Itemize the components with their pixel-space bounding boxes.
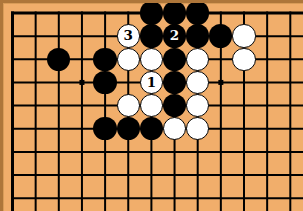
- white-stone: [186, 48, 209, 71]
- board-cell: [117, 94, 140, 117]
- board-cell: [232, 163, 255, 186]
- board-cell: [140, 187, 163, 210]
- board-cell: [232, 117, 255, 140]
- black-stone: [140, 1, 163, 24]
- board-cell: [163, 117, 186, 140]
- board-cell: [163, 187, 186, 210]
- board-cell: [232, 187, 255, 210]
- board-cell: [186, 140, 209, 163]
- black-stone: [163, 48, 186, 71]
- white-stone: [117, 48, 140, 71]
- board-cell: [47, 187, 70, 210]
- board-cell: [47, 1, 70, 24]
- board-cell: [279, 25, 302, 48]
- board-cell: [232, 48, 255, 71]
- board-cell: 1: [140, 71, 163, 94]
- white-stone-move-3: 3: [117, 24, 140, 47]
- board-cell: [140, 1, 163, 24]
- board-cell: [24, 140, 47, 163]
- board-cell: [279, 94, 302, 117]
- black-stone: [93, 71, 116, 94]
- board-cell: [255, 94, 278, 117]
- board-cell: [209, 117, 232, 140]
- white-stone: [140, 48, 163, 71]
- board-cell: [1, 25, 24, 48]
- white-stone: [140, 94, 163, 117]
- board-cell: [117, 163, 140, 186]
- board-cell: 2: [163, 25, 186, 48]
- board-cell: [279, 163, 302, 186]
- black-stone: [93, 117, 116, 140]
- board-cell: [70, 117, 93, 140]
- board-cell: [163, 163, 186, 186]
- board-cell: [163, 140, 186, 163]
- board-cell: [24, 71, 47, 94]
- board-cell: [186, 187, 209, 210]
- board-cell: [24, 163, 47, 186]
- board-cell: [186, 25, 209, 48]
- board-cell: [232, 94, 255, 117]
- board-cell: [1, 48, 24, 71]
- board-cell: [70, 187, 93, 210]
- board-cell: [140, 163, 163, 186]
- board-cell: [255, 1, 278, 24]
- board-cell: [117, 140, 140, 163]
- board-cell: [1, 1, 24, 24]
- board-cell: [140, 25, 163, 48]
- board-cell: [186, 163, 209, 186]
- go-board-grid: 321: [1, 1, 302, 209]
- board-cell: [279, 48, 302, 71]
- board-cell: [255, 163, 278, 186]
- board-cell: [1, 71, 24, 94]
- board-cell: [209, 94, 232, 117]
- board-cell: [209, 187, 232, 210]
- board-cell: [209, 71, 232, 94]
- board-cell: [140, 117, 163, 140]
- board-cell: [47, 94, 70, 117]
- board-cell: [1, 163, 24, 186]
- board-cell: [70, 1, 93, 24]
- white-stone: [186, 71, 209, 94]
- board-cell: [209, 48, 232, 71]
- white-stone: [232, 48, 255, 71]
- board-cell: [163, 1, 186, 24]
- board-cell: [140, 48, 163, 71]
- board-cell: [93, 117, 116, 140]
- board-cell: [186, 48, 209, 71]
- board-cell: [1, 187, 24, 210]
- white-stone-move-1: 1: [140, 71, 163, 94]
- board-cell: [255, 25, 278, 48]
- white-stone: [186, 94, 209, 117]
- board-cell: [209, 25, 232, 48]
- black-stone: [117, 117, 140, 140]
- board-cell: [93, 163, 116, 186]
- board-cell: [1, 140, 24, 163]
- board-cell: [47, 140, 70, 163]
- board-cell: [47, 48, 70, 71]
- white-stone: [163, 117, 186, 140]
- board-cell: [255, 140, 278, 163]
- board-cell: [279, 71, 302, 94]
- board-cell: [163, 94, 186, 117]
- board-cell: [70, 140, 93, 163]
- board-cell: [232, 25, 255, 48]
- board-cell: [255, 117, 278, 140]
- board-cell: [232, 1, 255, 24]
- board-cell: [209, 1, 232, 24]
- board-cell: [209, 163, 232, 186]
- board-cell: [93, 140, 116, 163]
- black-stone: [186, 24, 209, 47]
- board-cell: [232, 140, 255, 163]
- board-cell: [24, 94, 47, 117]
- board-cell: [279, 140, 302, 163]
- board-cell: [279, 187, 302, 210]
- board-cell: [24, 187, 47, 210]
- board-cell: [117, 117, 140, 140]
- board-cell: [93, 1, 116, 24]
- board-cell: [163, 48, 186, 71]
- board-cell: [70, 48, 93, 71]
- black-stone: [163, 94, 186, 117]
- board-cell: [117, 187, 140, 210]
- board-cell: [232, 71, 255, 94]
- board-cell: [70, 163, 93, 186]
- board-cell: [163, 71, 186, 94]
- board-cell: [117, 48, 140, 71]
- board-cell: [1, 94, 24, 117]
- board-cell: [47, 117, 70, 140]
- black-stone: [93, 48, 116, 71]
- board-cell: [47, 71, 70, 94]
- black-stone: [163, 71, 186, 94]
- board-cell: [24, 1, 47, 24]
- board-cell: [24, 25, 47, 48]
- black-stone-move-2: 2: [163, 24, 186, 47]
- board-cell: [209, 140, 232, 163]
- white-stone: [186, 117, 209, 140]
- board-cell: [279, 1, 302, 24]
- board-cell: [255, 48, 278, 71]
- black-stone: [209, 24, 232, 47]
- board-cell: 3: [117, 25, 140, 48]
- board-cell: [186, 71, 209, 94]
- board-cell: [117, 71, 140, 94]
- black-stone: [163, 1, 186, 24]
- board-cell: [47, 25, 70, 48]
- go-diagram: 321: [0, 0, 303, 211]
- board-cell: [140, 140, 163, 163]
- board-cell: [117, 1, 140, 24]
- white-stone: [117, 94, 140, 117]
- board-cell: [186, 1, 209, 24]
- board-cell: [255, 187, 278, 210]
- board-cell: [70, 25, 93, 48]
- board-cell: [24, 117, 47, 140]
- board-cell: [93, 25, 116, 48]
- board-cell: [47, 163, 70, 186]
- black-stone: [47, 48, 70, 71]
- board-cell: [1, 117, 24, 140]
- black-stone: [186, 1, 209, 24]
- board-cell: [93, 71, 116, 94]
- board-cell: [24, 48, 47, 71]
- board-cell: [186, 94, 209, 117]
- board-cell: [186, 117, 209, 140]
- board-cell: [93, 94, 116, 117]
- board-cell: [140, 94, 163, 117]
- board-cell: [70, 94, 93, 117]
- black-stone: [140, 117, 163, 140]
- board-cell: [279, 117, 302, 140]
- white-stone: [232, 24, 255, 47]
- board-cell: [93, 48, 116, 71]
- board-cell: [255, 71, 278, 94]
- board-cell: [70, 71, 93, 94]
- black-stone: [140, 24, 163, 47]
- board-cell: [93, 187, 116, 210]
